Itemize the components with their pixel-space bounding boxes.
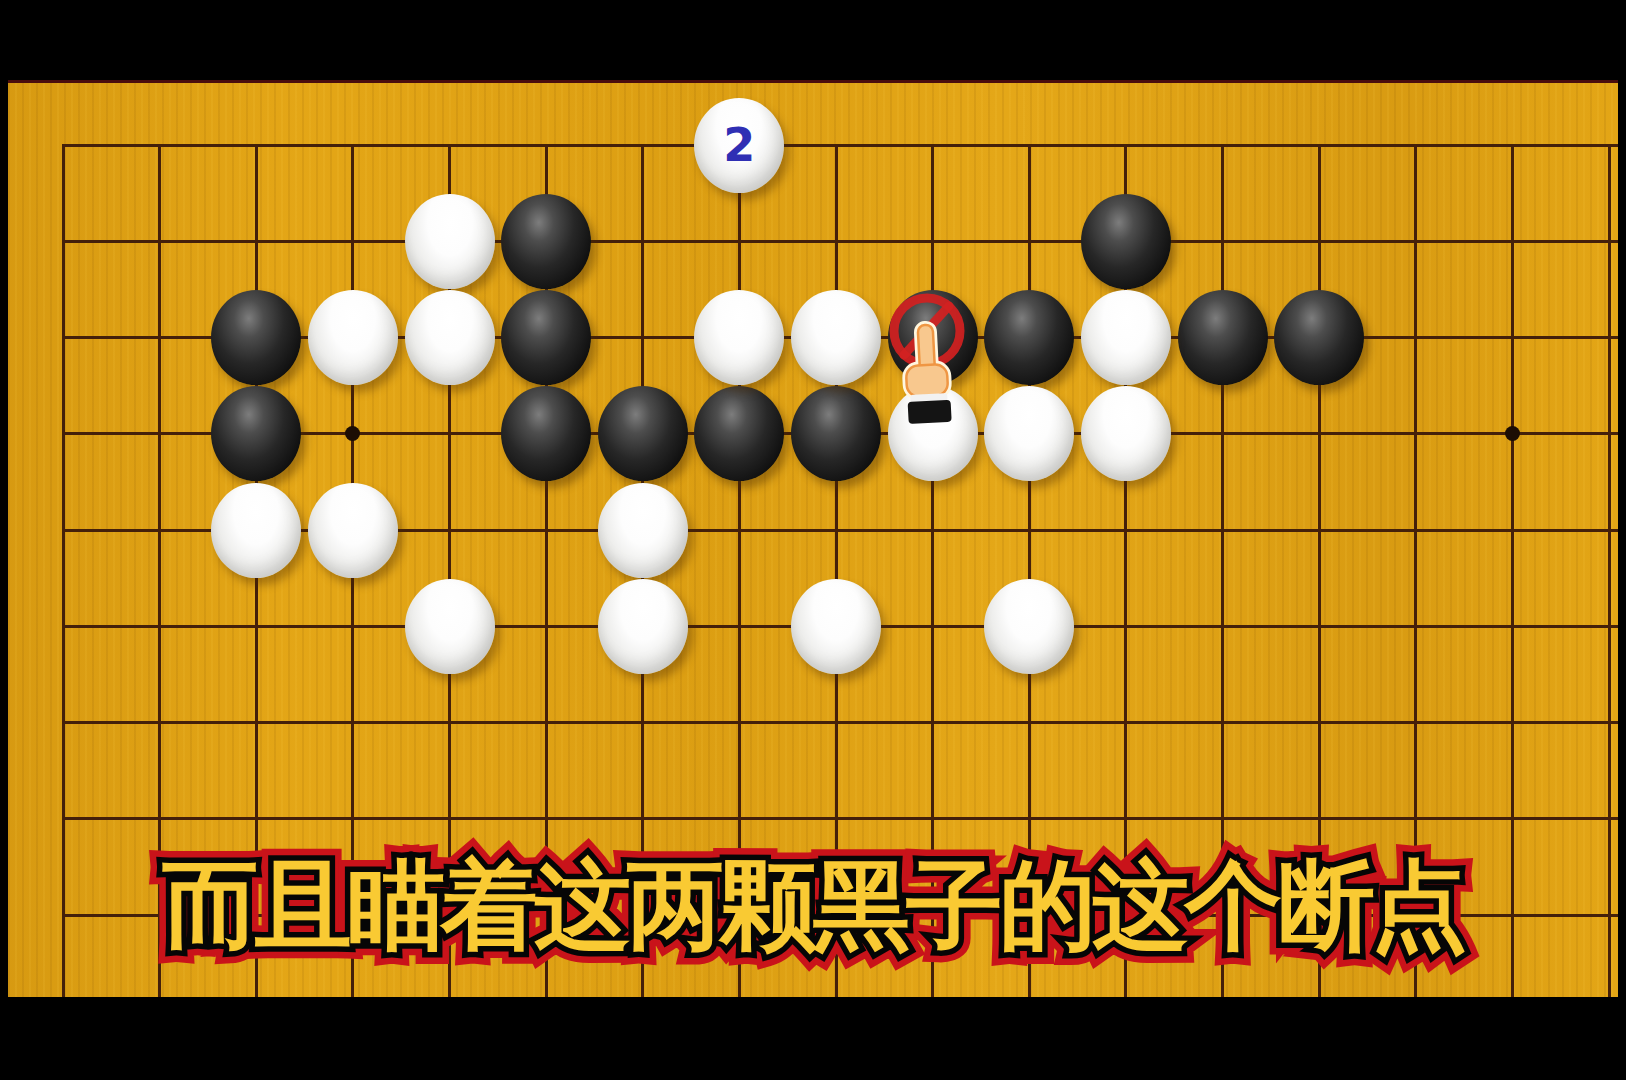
stone-black-6-2[interactable]	[501, 194, 591, 289]
stone-white-4-5[interactable]	[308, 483, 398, 578]
bottom-letterbox-bar	[0, 997, 1626, 1080]
stone-black-9-4[interactable]	[791, 386, 881, 481]
stone-white-9-6[interactable]	[791, 579, 881, 674]
stone-white-9-3[interactable]	[791, 290, 881, 385]
stone-black-11-3[interactable]	[984, 290, 1074, 385]
move-number-label: 2	[694, 98, 784, 193]
stone-white-12-4[interactable]	[1081, 386, 1171, 481]
grid-line-h-1	[62, 144, 1619, 147]
stone-white-5-2[interactable]	[405, 194, 495, 289]
stone-white-7-6[interactable]	[598, 579, 688, 674]
stone-black-6-3[interactable]	[501, 290, 591, 385]
stone-white-5-3[interactable]	[405, 290, 495, 385]
top-letterbox-bar	[0, 0, 1626, 80]
grid-line-h-2	[62, 240, 1619, 243]
grid-line-h-7	[62, 721, 1619, 724]
star-point	[1505, 426, 1520, 441]
stone-white-12-3[interactable]	[1081, 290, 1171, 385]
stone-white-11-4[interactable]	[984, 386, 1074, 481]
stone-white-7-5[interactable]	[598, 483, 688, 578]
subtitle-text: 而且瞄着这两颗黑子的这个断点	[0, 846, 1626, 966]
stone-white-5-6[interactable]	[405, 579, 495, 674]
stone-black-7-4[interactable]	[598, 386, 688, 481]
stone-white-10-4[interactable]	[888, 386, 978, 481]
stone-black-14-3[interactable]	[1274, 290, 1364, 385]
subtitle: 而且瞄着这两颗黑子的这个断点 而且瞄着这两颗黑子的这个断点 而且瞄着这两颗黑子的…	[0, 846, 1626, 966]
video-frame: 2 而且瞄着这两颗黑子的这个断点 而且瞄	[0, 0, 1626, 1080]
stone-black-13-3[interactable]	[1178, 290, 1268, 385]
stone-black-3-4[interactable]	[211, 386, 301, 481]
stone-black-8-4[interactable]	[694, 386, 784, 481]
stone-white-11-6[interactable]	[984, 579, 1074, 674]
grid-line-h-8	[62, 817, 1619, 820]
stone-black-3-3[interactable]	[211, 290, 301, 385]
stone-white-8-1[interactable]: 2	[694, 98, 784, 193]
stone-black-12-2[interactable]	[1081, 194, 1171, 289]
stone-white-8-3[interactable]	[694, 290, 784, 385]
stone-black-10-3[interactable]	[888, 290, 978, 385]
stone-white-4-3[interactable]	[308, 290, 398, 385]
stone-white-3-5[interactable]	[211, 483, 301, 578]
stone-black-6-4[interactable]	[501, 386, 591, 481]
star-point	[345, 426, 360, 441]
